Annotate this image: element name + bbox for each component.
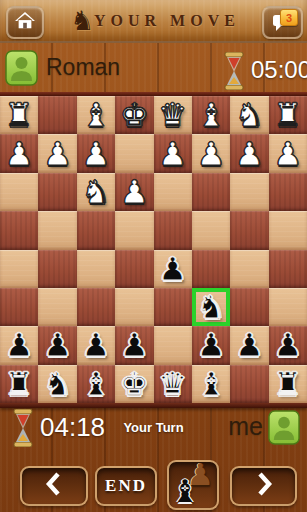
square-b1[interactable]: ♞ xyxy=(230,96,268,134)
square-b3[interactable] xyxy=(230,173,268,211)
square-g7[interactable]: ♟ xyxy=(38,326,76,364)
square-h3[interactable] xyxy=(0,173,38,211)
opponent-hourglass-icon xyxy=(224,52,244,94)
piece-black-pawn[interactable]: ♟ xyxy=(158,253,187,285)
piece-black-pawn[interactable]: ♟ xyxy=(120,329,149,361)
square-f7[interactable]: ♟ xyxy=(77,326,115,364)
chat-unread-badge: 3 xyxy=(280,9,298,26)
end-turn-button[interactable]: END xyxy=(95,466,157,506)
piece-white-queen[interactable]: ♛ xyxy=(158,99,187,131)
home-icon xyxy=(14,11,36,35)
chess-app: ♞ YOUR MOVE 3 Roman xyxy=(0,0,307,512)
piece-white-rook[interactable]: ♜ xyxy=(273,99,302,131)
my-avatar[interactable] xyxy=(268,409,300,450)
square-f1[interactable]: ♝ xyxy=(77,96,115,134)
piece-black-bishop[interactable]: ♝ xyxy=(197,368,226,400)
piece-black-pawn[interactable]: ♟ xyxy=(235,329,264,361)
board-grid: ♜♝♚♛♝♞♜♟♟♟♟♟♟♟♞♟♟♞♟♟♟♟♟♟♟♜♞♝♚♛♝♜ xyxy=(0,96,307,403)
piece-black-rook[interactable]: ♜ xyxy=(5,368,34,400)
turn-status: Your Turn xyxy=(123,420,183,435)
square-g6[interactable] xyxy=(38,288,76,326)
square-a4[interactable] xyxy=(269,211,307,249)
chevron-right-icon xyxy=(251,471,277,501)
my-hourglass-icon xyxy=(13,409,33,451)
opponent-name: Roman xyxy=(46,54,120,81)
board-bottom-edge xyxy=(0,403,307,408)
square-h4[interactable] xyxy=(0,211,38,249)
piece-black-pawn[interactable]: ♟ xyxy=(273,329,302,361)
square-h8[interactable]: ♜ xyxy=(0,365,38,403)
my-name: me xyxy=(228,412,263,441)
square-b2[interactable]: ♟ xyxy=(230,134,268,172)
square-a2[interactable]: ♟ xyxy=(269,134,307,172)
end-turn-label: END xyxy=(105,476,147,496)
square-c4[interactable] xyxy=(192,211,230,249)
square-f5[interactable] xyxy=(77,250,115,288)
piece-white-knight[interactable]: ♞ xyxy=(235,99,264,131)
square-b5[interactable] xyxy=(230,250,268,288)
square-b7[interactable]: ♟ xyxy=(230,326,268,364)
chevron-left-icon xyxy=(41,471,67,501)
square-f6[interactable] xyxy=(77,288,115,326)
square-d5[interactable]: ♟ xyxy=(154,250,192,288)
square-e3[interactable]: ♟ xyxy=(115,173,153,211)
square-e7[interactable]: ♟ xyxy=(115,326,153,364)
piece-white-pawn[interactable]: ♟ xyxy=(158,138,187,170)
my-timer: 04:18 xyxy=(40,412,105,443)
square-g4[interactable] xyxy=(38,211,76,249)
piece-white-pawn[interactable]: ♟ xyxy=(82,138,111,170)
square-c2[interactable]: ♟ xyxy=(192,134,230,172)
square-a5[interactable] xyxy=(269,250,307,288)
piece-black-knight[interactable]: ♞ xyxy=(197,291,226,323)
square-c8[interactable]: ♝ xyxy=(192,365,230,403)
chess-pieces-icon: ♟ ♝ xyxy=(171,463,215,507)
square-a6[interactable] xyxy=(269,288,307,326)
square-d6[interactable] xyxy=(154,288,192,326)
square-c3[interactable] xyxy=(192,173,230,211)
square-b4[interactable] xyxy=(230,211,268,249)
piece-white-bishop[interactable]: ♝ xyxy=(82,99,111,131)
square-f4[interactable] xyxy=(77,211,115,249)
square-d8[interactable]: ♛ xyxy=(154,365,192,403)
piece-white-pawn[interactable]: ♟ xyxy=(197,138,226,170)
square-g8[interactable]: ♞ xyxy=(38,365,76,403)
piece-white-pawn[interactable]: ♟ xyxy=(273,138,302,170)
square-h2[interactable]: ♟ xyxy=(0,134,38,172)
top-bar: ♞ YOUR MOVE 3 xyxy=(0,0,307,43)
square-d7[interactable] xyxy=(154,326,192,364)
square-d3[interactable] xyxy=(154,173,192,211)
square-g5[interactable] xyxy=(38,250,76,288)
piece-black-king[interactable]: ♚ xyxy=(120,368,149,400)
square-g3[interactable] xyxy=(38,173,76,211)
square-e5[interactable] xyxy=(115,250,153,288)
square-b6[interactable] xyxy=(230,288,268,326)
piece-black-rook[interactable]: ♜ xyxy=(273,368,302,400)
square-f3[interactable]: ♞ xyxy=(77,173,115,211)
piece-white-king[interactable]: ♚ xyxy=(120,99,149,131)
square-c7[interactable]: ♟ xyxy=(192,326,230,364)
piece-white-rook[interactable]: ♜ xyxy=(5,99,34,131)
piece-white-knight[interactable]: ♞ xyxy=(82,176,111,208)
square-c6[interactable]: ♞ xyxy=(192,288,230,326)
piece-white-pawn[interactable]: ♟ xyxy=(120,176,149,208)
piece-black-pawn[interactable]: ♟ xyxy=(197,329,226,361)
piece-white-pawn[interactable]: ♟ xyxy=(43,138,72,170)
opponent-timer: 05:00 xyxy=(251,56,307,84)
square-d2[interactable]: ♟ xyxy=(154,134,192,172)
piece-white-bishop[interactable]: ♝ xyxy=(197,99,226,131)
square-e2[interactable] xyxy=(115,134,153,172)
home-button[interactable] xyxy=(6,6,44,39)
chat-button[interactable]: 3 xyxy=(262,6,303,39)
square-e8[interactable]: ♚ xyxy=(115,365,153,403)
piece-black-queen[interactable]: ♛ xyxy=(158,368,187,400)
piece-black-pawn[interactable]: ♟ xyxy=(82,329,111,361)
square-a3[interactable] xyxy=(269,173,307,211)
square-h1[interactable]: ♜ xyxy=(0,96,38,134)
captured-pieces-button[interactable]: ♟ ♝ xyxy=(167,460,219,510)
page-title: YOUR MOVE xyxy=(94,12,240,30)
chess-board: ♜♝♚♛♝♞♜♟♟♟♟♟♟♟♞♟♟♞♟♟♟♟♟♟♟♜♞♝♚♛♝♜ xyxy=(0,92,307,408)
square-e4[interactable] xyxy=(115,211,153,249)
square-a8[interactable]: ♜ xyxy=(269,365,307,403)
piece-white-pawn[interactable]: ♟ xyxy=(5,138,34,170)
square-a1[interactable]: ♜ xyxy=(269,96,307,134)
square-d1[interactable]: ♛ xyxy=(154,96,192,134)
square-e6[interactable] xyxy=(115,288,153,326)
square-e1[interactable]: ♚ xyxy=(115,96,153,134)
opponent-avatar[interactable] xyxy=(5,50,38,90)
next-move-button[interactable] xyxy=(230,466,297,506)
square-h6[interactable] xyxy=(0,288,38,326)
square-g2[interactable]: ♟ xyxy=(38,134,76,172)
square-h7[interactable]: ♟ xyxy=(0,326,38,364)
square-f2[interactable]: ♟ xyxy=(77,134,115,172)
square-a7[interactable]: ♟ xyxy=(269,326,307,364)
previous-move-button[interactable] xyxy=(20,466,88,506)
square-g1[interactable] xyxy=(38,96,76,134)
square-b8[interactable] xyxy=(230,365,268,403)
piece-black-bishop[interactable]: ♝ xyxy=(82,368,111,400)
piece-white-pawn[interactable]: ♟ xyxy=(235,138,264,170)
piece-black-pawn[interactable]: ♟ xyxy=(43,329,72,361)
square-d4[interactable] xyxy=(154,211,192,249)
square-c5[interactable] xyxy=(192,250,230,288)
piece-black-pawn[interactable]: ♟ xyxy=(5,329,34,361)
knight-statue-icon: ♞ xyxy=(70,7,94,34)
piece-black-knight[interactable]: ♞ xyxy=(43,368,72,400)
square-h5[interactable] xyxy=(0,250,38,288)
square-f8[interactable]: ♝ xyxy=(77,365,115,403)
square-c1[interactable]: ♝ xyxy=(192,96,230,134)
